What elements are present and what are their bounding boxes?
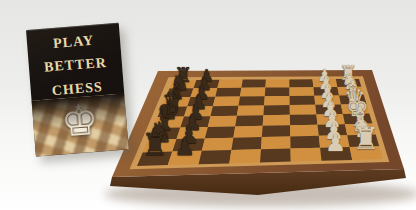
cover-photo-fade	[32, 93, 129, 156]
book-title-line: PLAY	[27, 32, 121, 54]
square[interactable]	[205, 126, 235, 138]
square[interactable]	[215, 88, 241, 97]
square[interactable]	[264, 96, 290, 105]
square[interactable]	[217, 80, 242, 88]
piece-white-pawn[interactable]: ♟	[325, 132, 346, 155]
square[interactable]	[241, 80, 266, 88]
square[interactable]	[263, 105, 290, 115]
square[interactable]	[289, 87, 314, 96]
square[interactable]	[202, 138, 234, 151]
square[interactable]	[260, 149, 291, 163]
square[interactable]	[262, 125, 291, 137]
square[interactable]	[290, 105, 317, 115]
square[interactable]	[290, 125, 319, 137]
piece-black-pawn[interactable]: ♟	[175, 136, 196, 159]
square[interactable]	[240, 88, 265, 97]
square[interactable]	[291, 148, 322, 162]
square[interactable]	[265, 79, 289, 87]
square[interactable]	[213, 97, 240, 107]
square[interactable]	[290, 114, 318, 125]
square[interactable]	[199, 150, 232, 164]
piece-black-rook[interactable]: ♜	[142, 130, 169, 160]
square[interactable]	[208, 116, 237, 127]
square[interactable]	[263, 115, 290, 126]
square[interactable]	[210, 106, 238, 116]
square[interactable]	[235, 115, 263, 126]
square[interactable]	[261, 137, 291, 150]
square[interactable]	[290, 136, 320, 149]
square[interactable]	[233, 126, 262, 138]
square[interactable]	[265, 87, 290, 96]
square[interactable]	[237, 105, 264, 115]
photo-stage: ♜♟♟♜♞♟♟♞♝♟♟♝♛♟♟♛♚♟♟♚♝♟♟♝♞♟♟♞♜♟♟♜ PLAY BE…	[0, 0, 416, 210]
piece-white-rook[interactable]: ♜	[353, 124, 380, 154]
chess-book: PLAY BETTER CHESS LEONARD BARDEN FOREWOR…	[26, 23, 129, 157]
square[interactable]	[239, 96, 265, 106]
square[interactable]	[231, 137, 261, 150]
square[interactable]	[290, 96, 316, 105]
book-cover-photo: ♚	[32, 93, 129, 156]
square[interactable]	[289, 79, 313, 87]
book-title-line: BETTER	[29, 55, 123, 77]
square[interactable]	[229, 149, 261, 163]
